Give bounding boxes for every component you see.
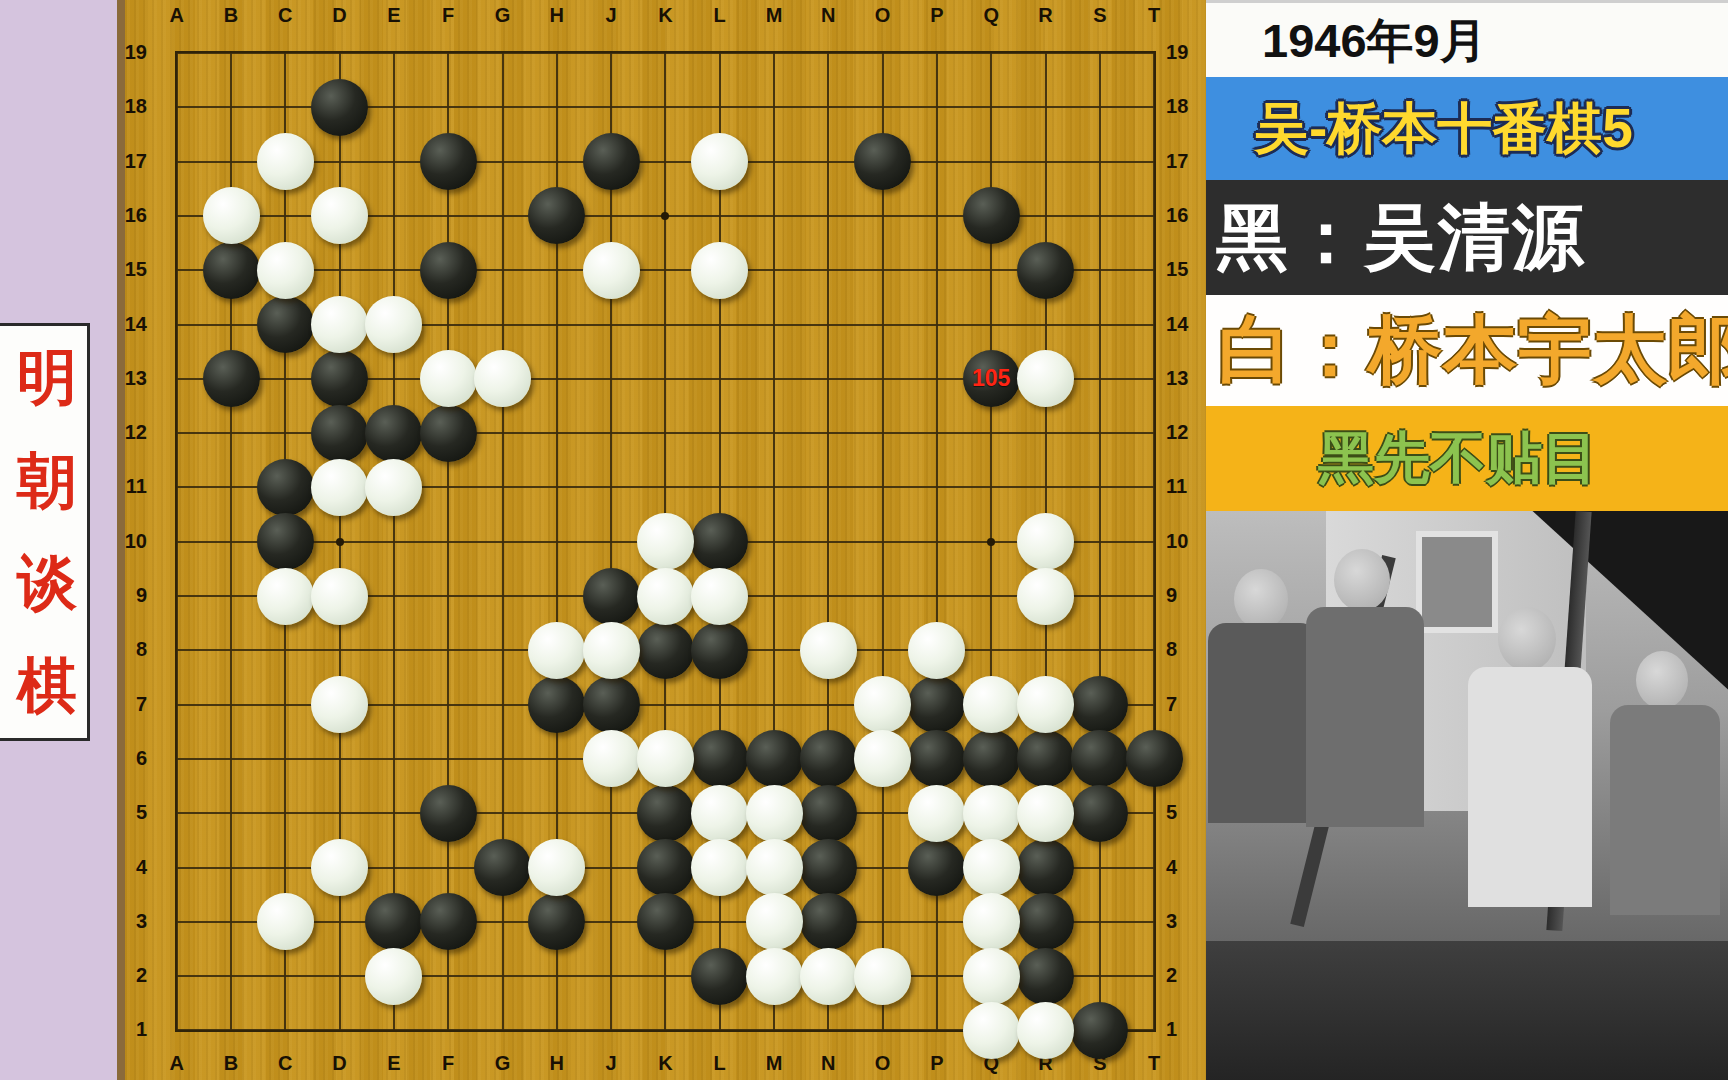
white-stone-E14 xyxy=(365,296,422,353)
black-stone-N5 xyxy=(800,785,857,842)
row-label-left: 11 xyxy=(103,475,147,498)
white-stone-P5 xyxy=(908,785,965,842)
black-player-text: 黑：吴清源 xyxy=(1206,190,1586,286)
white-stone-M5 xyxy=(746,785,803,842)
black-stone-R2 xyxy=(1017,948,1074,1005)
row-label-left: 13 xyxy=(103,367,147,390)
black-stone-J9 xyxy=(583,568,640,625)
row-label-right: 1 xyxy=(1166,1018,1210,1041)
row-label-right: 15 xyxy=(1166,258,1210,281)
column-label-top: P xyxy=(922,4,952,27)
white-stone-L17 xyxy=(691,133,748,190)
date-banner: 1946年9月 xyxy=(1206,0,1728,80)
column-label-top: L xyxy=(705,4,735,27)
row-label-left: 8 xyxy=(103,638,147,661)
column-label-bottom: B xyxy=(216,1052,246,1075)
black-stone-S7 xyxy=(1071,676,1128,733)
column-label-top: D xyxy=(325,4,355,27)
row-label-left: 2 xyxy=(103,964,147,987)
go-board[interactable]: AABBCCDDEEFFGGHHJJKKLLMMNNOOPPQQRRSSTT19… xyxy=(125,0,1206,1080)
white-stone-Q5 xyxy=(963,785,1020,842)
rule-banner: 黑先不贴目 xyxy=(1206,406,1728,511)
white-stone-J15 xyxy=(583,242,640,299)
white-stone-H8 xyxy=(528,622,585,679)
white-stone-H4 xyxy=(528,839,585,896)
column-label-top: M xyxy=(759,4,789,27)
white-stone-N2 xyxy=(800,948,857,1005)
column-label-top: C xyxy=(270,4,300,27)
white-stone-O2 xyxy=(854,948,911,1005)
row-label-right: 10 xyxy=(1166,530,1210,553)
photo-window xyxy=(1416,531,1498,633)
row-label-left: 9 xyxy=(103,584,147,607)
white-stone-P8 xyxy=(908,622,965,679)
column-label-bottom: J xyxy=(596,1052,626,1075)
row-label-right: 14 xyxy=(1166,313,1210,336)
black-player-banner: 黑：吴清源 xyxy=(1206,180,1728,295)
black-stone-N3 xyxy=(800,893,857,950)
black-stone-N4 xyxy=(800,839,857,896)
calligraphy-char: 谈 xyxy=(17,553,77,613)
column-label-top: K xyxy=(650,4,680,27)
black-stone-S1 xyxy=(1071,1002,1128,1059)
photo-person-body xyxy=(1610,705,1720,915)
row-label-right: 7 xyxy=(1166,693,1210,716)
row-label-right: 12 xyxy=(1166,421,1210,444)
row-label-left: 12 xyxy=(103,421,147,444)
row-label-left: 6 xyxy=(103,747,147,770)
column-label-top: S xyxy=(1085,4,1115,27)
info-sidebar: 1946年9月 吴-桥本十番棋5 黑：吴清源 白：桥本宇太郎 黑先不贴目 xyxy=(1206,0,1728,1080)
row-label-left: 3 xyxy=(103,910,147,933)
row-label-right: 16 xyxy=(1166,204,1210,227)
column-label-top: E xyxy=(379,4,409,27)
row-label-left: 14 xyxy=(103,313,147,336)
white-stone-Q1 xyxy=(963,1002,1020,1059)
white-stone-J8 xyxy=(583,622,640,679)
black-stone-R4 xyxy=(1017,839,1074,896)
photo-person-head xyxy=(1334,549,1390,611)
black-stone-F15 xyxy=(420,242,477,299)
column-label-bottom: T xyxy=(1139,1052,1169,1075)
white-stone-D9 xyxy=(311,568,368,625)
column-label-top: O xyxy=(868,4,898,27)
white-stone-E11 xyxy=(365,459,422,516)
black-stone-F17 xyxy=(420,133,477,190)
star-point xyxy=(987,538,995,546)
black-stone-G4 xyxy=(474,839,531,896)
black-stone-C14 xyxy=(257,296,314,353)
black-stone-L10 xyxy=(691,513,748,570)
photo-person-head xyxy=(1234,569,1288,629)
black-stone-R6 xyxy=(1017,730,1074,787)
black-stone-D18 xyxy=(311,79,368,136)
white-stone-O7 xyxy=(854,676,911,733)
white-stone-D11 xyxy=(311,459,368,516)
series-banner: 吴-桥本十番棋5 xyxy=(1206,77,1728,180)
row-label-right: 5 xyxy=(1166,801,1210,824)
white-stone-Q2 xyxy=(963,948,1020,1005)
black-stone-F12 xyxy=(420,405,477,462)
video-frame: { "game": "go", "board": { "size": 19, "… xyxy=(0,0,1728,1080)
white-stone-N8 xyxy=(800,622,857,679)
white-player-text: 白：桥本宇太郎 xyxy=(1206,301,1728,401)
black-stone-B13 xyxy=(203,350,260,407)
white-player-banner: 白：桥本宇太郎 xyxy=(1206,295,1728,406)
black-stone-S5 xyxy=(1071,785,1128,842)
column-label-bottom: C xyxy=(270,1052,300,1075)
row-label-right: 19 xyxy=(1166,41,1210,64)
white-stone-Q7 xyxy=(963,676,1020,733)
white-stone-K9 xyxy=(637,568,694,625)
row-label-left: 18 xyxy=(103,95,147,118)
photo-foreground xyxy=(1206,941,1728,1080)
column-label-bottom: O xyxy=(868,1052,898,1075)
black-stone-D13 xyxy=(311,350,368,407)
white-stone-R1 xyxy=(1017,1002,1074,1059)
black-stone-Q6 xyxy=(963,730,1020,787)
white-stone-K10 xyxy=(637,513,694,570)
black-stone-O17 xyxy=(854,133,911,190)
white-stone-L5 xyxy=(691,785,748,842)
column-label-bottom: P xyxy=(922,1052,952,1075)
white-stone-C15 xyxy=(257,242,314,299)
column-label-top: N xyxy=(813,4,843,27)
row-label-left: 10 xyxy=(103,530,147,553)
black-stone-J7 xyxy=(583,676,640,733)
white-stone-E2 xyxy=(365,948,422,1005)
black-stone-Q13: 105 xyxy=(963,350,1020,407)
series-text: 吴-桥本十番棋5 xyxy=(1206,92,1633,166)
black-stone-L2 xyxy=(691,948,748,1005)
move-number-label: 105 xyxy=(972,367,1010,390)
star-point xyxy=(336,538,344,546)
black-stone-H7 xyxy=(528,676,585,733)
column-label-bottom: E xyxy=(379,1052,409,1075)
white-stone-R9 xyxy=(1017,568,1074,625)
row-label-left: 7 xyxy=(103,693,147,716)
white-stone-C3 xyxy=(257,893,314,950)
white-stone-R7 xyxy=(1017,676,1074,733)
white-stone-L15 xyxy=(691,242,748,299)
white-stone-D14 xyxy=(311,296,368,353)
black-stone-L8 xyxy=(691,622,748,679)
black-stone-K3 xyxy=(637,893,694,950)
row-label-right: 13 xyxy=(1166,367,1210,390)
black-stone-P4 xyxy=(908,839,965,896)
row-label-right: 11 xyxy=(1166,475,1210,498)
white-stone-M3 xyxy=(746,893,803,950)
black-stone-B15 xyxy=(203,242,260,299)
column-label-top: J xyxy=(596,4,626,27)
black-stone-D12 xyxy=(311,405,368,462)
white-stone-F13 xyxy=(420,350,477,407)
black-stone-Q16 xyxy=(963,187,1020,244)
white-stone-R5 xyxy=(1017,785,1074,842)
calligraphy-char: 明 xyxy=(17,348,77,408)
row-label-right: 18 xyxy=(1166,95,1210,118)
black-stone-R15 xyxy=(1017,242,1074,299)
column-label-top: G xyxy=(488,4,518,27)
calligraphy-char: 朝 xyxy=(17,451,77,511)
column-label-top: B xyxy=(216,4,246,27)
black-stone-R3 xyxy=(1017,893,1074,950)
white-stone-B16 xyxy=(203,187,260,244)
column-label-bottom: F xyxy=(433,1052,463,1075)
photo-person-body xyxy=(1468,667,1592,907)
black-stone-J17 xyxy=(583,133,640,190)
photo-person-body xyxy=(1208,623,1318,823)
calligraphy-char: 棋 xyxy=(17,656,77,716)
white-stone-Q3 xyxy=(963,893,1020,950)
photo-person-head xyxy=(1636,651,1688,709)
column-label-bottom: D xyxy=(325,1052,355,1075)
white-stone-C9 xyxy=(257,568,314,625)
black-stone-K4 xyxy=(637,839,694,896)
row-label-left: 19 xyxy=(103,41,147,64)
white-stone-R10 xyxy=(1017,513,1074,570)
black-stone-N6 xyxy=(800,730,857,787)
white-stone-J6 xyxy=(583,730,640,787)
column-label-top: A xyxy=(162,4,192,27)
white-stone-K6 xyxy=(637,730,694,787)
black-stone-E12 xyxy=(365,405,422,462)
row-label-right: 9 xyxy=(1166,584,1210,607)
black-stone-C10 xyxy=(257,513,314,570)
row-label-right: 4 xyxy=(1166,856,1210,879)
column-label-bottom: H xyxy=(542,1052,572,1075)
row-label-left: 4 xyxy=(103,856,147,879)
black-stone-K8 xyxy=(637,622,694,679)
row-label-right: 17 xyxy=(1166,150,1210,173)
row-label-right: 2 xyxy=(1166,964,1210,987)
column-label-top: R xyxy=(1031,4,1061,27)
row-label-right: 3 xyxy=(1166,910,1210,933)
white-stone-C17 xyxy=(257,133,314,190)
white-stone-L9 xyxy=(691,568,748,625)
column-label-bottom: L xyxy=(705,1052,735,1075)
photo-person-head xyxy=(1498,607,1556,671)
white-stone-M2 xyxy=(746,948,803,1005)
row-label-left: 15 xyxy=(103,258,147,281)
rule-text: 黑先不贴目 xyxy=(1206,421,1598,497)
black-stone-F3 xyxy=(420,893,477,950)
white-stone-Q4 xyxy=(963,839,1020,896)
column-label-bottom: A xyxy=(162,1052,192,1075)
white-stone-M4 xyxy=(746,839,803,896)
white-stone-R13 xyxy=(1017,350,1074,407)
white-stone-D7 xyxy=(311,676,368,733)
date-text: 1946年9月 xyxy=(1206,10,1487,73)
black-stone-F5 xyxy=(420,785,477,842)
calligraphy-box: 明 朝 谈 棋 xyxy=(0,323,90,741)
column-label-bottom: G xyxy=(488,1052,518,1075)
column-label-bottom: N xyxy=(813,1052,843,1075)
photo-person-body xyxy=(1306,607,1424,827)
historical-photo xyxy=(1206,511,1728,1080)
white-stone-D4 xyxy=(311,839,368,896)
white-stone-L4 xyxy=(691,839,748,896)
column-label-top: F xyxy=(433,4,463,27)
row-label-left: 5 xyxy=(103,801,147,824)
row-label-left: 17 xyxy=(103,150,147,173)
black-stone-K5 xyxy=(637,785,694,842)
left-decor-strip: 明 朝 谈 棋 xyxy=(0,0,117,1080)
column-label-bottom: K xyxy=(650,1052,680,1075)
row-label-left: 1 xyxy=(103,1018,147,1041)
column-label-top: T xyxy=(1139,4,1169,27)
row-label-right: 8 xyxy=(1166,638,1210,661)
black-stone-T6 xyxy=(1126,730,1183,787)
black-stone-C11 xyxy=(257,459,314,516)
column-label-top: H xyxy=(542,4,572,27)
white-stone-G13 xyxy=(474,350,531,407)
row-label-left: 16 xyxy=(103,204,147,227)
column-label-top: Q xyxy=(976,4,1006,27)
black-stone-M6 xyxy=(746,730,803,787)
column-label-bottom: M xyxy=(759,1052,789,1075)
